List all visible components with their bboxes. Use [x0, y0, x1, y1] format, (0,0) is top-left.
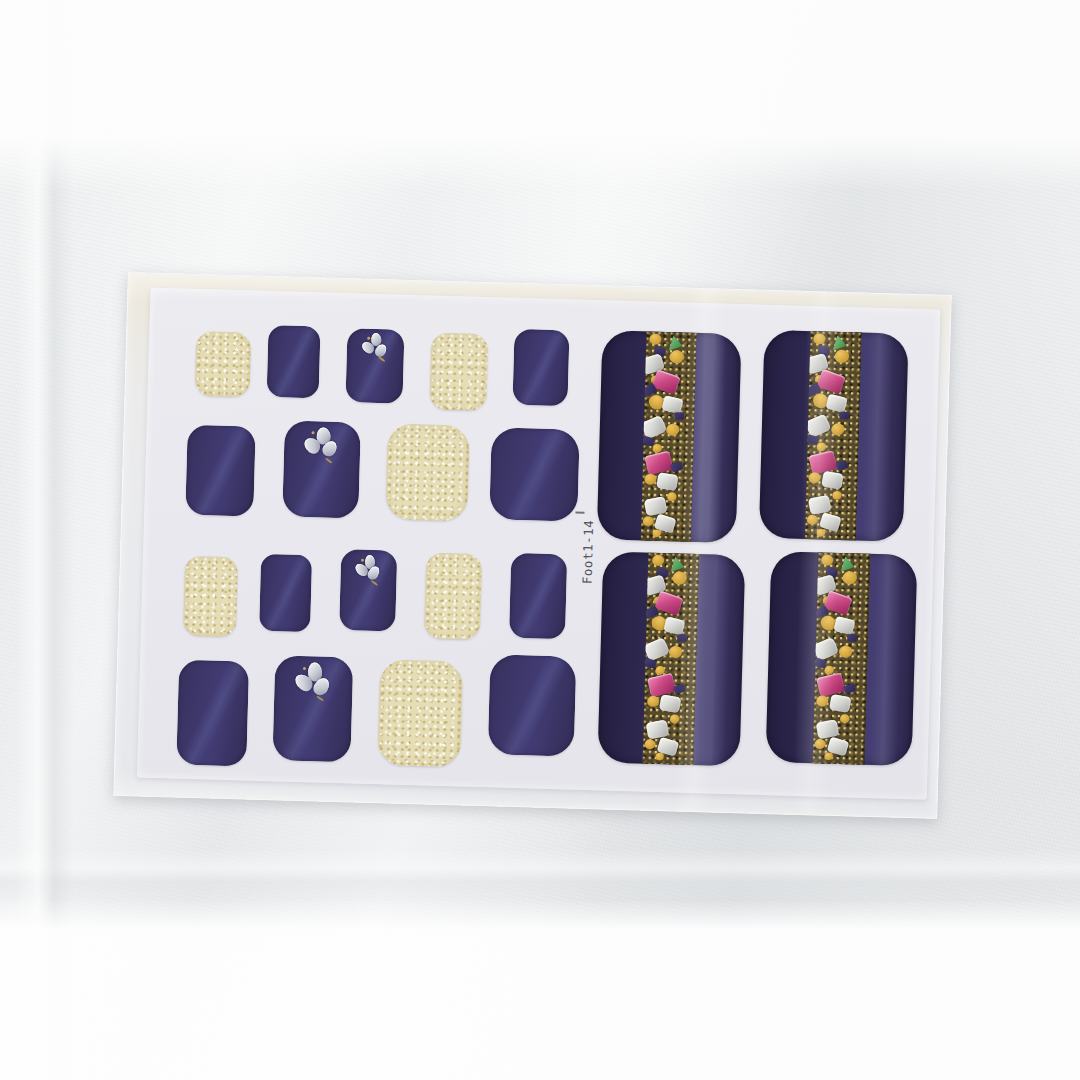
green-gem	[667, 556, 685, 572]
gold-gem	[655, 753, 664, 761]
gem-stripe	[812, 552, 870, 764]
silver-gem	[646, 719, 670, 739]
gold-speck	[302, 667, 305, 670]
gold-gem	[672, 571, 687, 585]
pink-gem	[816, 369, 845, 394]
gold-gem	[647, 696, 659, 707]
gold-speck	[367, 337, 370, 340]
big-toe-sticker-3	[597, 551, 745, 766]
small-sticker-r3c1-gold-glitter	[183, 556, 238, 637]
gold-gem	[820, 554, 834, 567]
silver-gem	[656, 472, 678, 491]
silver-gem	[815, 719, 839, 739]
gold-gem	[816, 696, 828, 707]
silver-gem	[663, 617, 685, 636]
pink-gem	[645, 451, 674, 476]
silver-gem-cluster	[304, 427, 340, 461]
gold-gem	[832, 491, 842, 500]
gold-gem	[645, 474, 657, 485]
silver-gem	[812, 636, 839, 661]
photo-stage: Foot1-14	[0, 0, 1080, 1080]
pink-gem	[824, 590, 853, 615]
silver-gem-cluster	[362, 333, 389, 359]
silver-gem	[656, 737, 678, 757]
gold-gem	[834, 349, 849, 363]
gold-speck	[325, 457, 333, 463]
silver-gem	[812, 575, 837, 597]
gold-gem	[646, 392, 667, 413]
silver-gem	[643, 575, 667, 597]
navy-gem	[674, 413, 684, 420]
navy-gem	[814, 657, 827, 668]
silver-gem	[659, 695, 681, 714]
gold-gem	[817, 529, 826, 537]
small-sticker-r4c3-gold-glitter	[377, 659, 463, 767]
silver-gem	[641, 415, 667, 440]
gem-stripe	[641, 332, 696, 542]
gold-gem	[810, 391, 831, 412]
navy-gem	[654, 345, 667, 357]
gold-gem	[840, 715, 850, 724]
silver-gem-cluster	[295, 662, 332, 699]
plastic-sleeve: Foot1-14	[113, 272, 951, 819]
green-gem	[829, 334, 847, 350]
gold-gem	[653, 530, 662, 538]
small-sticker-r1c2-navy	[267, 325, 321, 398]
gold-gem	[669, 715, 679, 724]
gold-gem	[651, 375, 660, 383]
pink-gem	[647, 673, 676, 698]
gold-gem	[823, 596, 832, 604]
gem-stripe	[805, 331, 862, 540]
big-toe-sticker-4	[766, 551, 918, 766]
gold-gem	[815, 374, 824, 382]
gold-speck	[311, 431, 314, 434]
gold-speck	[371, 580, 379, 586]
silver-gem	[643, 637, 670, 662]
gold-gem	[824, 666, 834, 675]
small-sticker-r1c5-navy	[512, 329, 569, 407]
green-gem	[665, 335, 683, 351]
gold-gem	[653, 597, 662, 605]
product-code-label: Foot1-14	[579, 497, 598, 607]
silver-gem	[644, 497, 668, 517]
small-sticker-r2c2-navy-gem-cluster	[282, 420, 361, 518]
green-gem	[837, 556, 855, 572]
gold-gem	[670, 350, 685, 364]
small-sticker-r3c3-navy-gem-cluster	[339, 549, 397, 632]
silver-gem	[661, 395, 683, 414]
pink-gem	[654, 591, 683, 616]
silver-gem	[805, 353, 829, 375]
small-sticker-r2c3-gold-glitter	[385, 423, 470, 521]
gold-gem	[648, 613, 669, 634]
pink-gem	[652, 369, 681, 394]
navy-gem	[843, 683, 856, 694]
navy-gem	[839, 412, 849, 419]
small-sticker-r3c4-gold-glitter	[424, 552, 482, 640]
small-sticker-r1c1-gold-glitter	[195, 331, 252, 398]
navy-gem	[656, 566, 669, 578]
navy-gem	[847, 634, 857, 641]
silver-gem	[829, 695, 851, 714]
navy-gem	[643, 435, 656, 446]
navy-gem	[814, 605, 829, 619]
gold-gem	[807, 515, 818, 525]
silver-gem	[805, 414, 832, 439]
gold-gem	[817, 443, 827, 452]
small-sticker-r4c1-navy	[176, 660, 249, 767]
big-toe-sticker-1	[597, 330, 742, 543]
gold-gem	[651, 554, 665, 567]
small-sticker-r3c5-navy	[509, 553, 567, 640]
silver-gem	[819, 512, 841, 532]
small-sticker-r3c2-navy	[259, 554, 312, 632]
small-sticker-r4c4-navy	[488, 654, 577, 756]
small-sticker-r1c3-navy-gem-cluster	[345, 328, 404, 404]
gold-gem	[842, 571, 857, 585]
navy-gem	[818, 344, 831, 356]
gold-gem	[809, 473, 821, 484]
gold-gem	[666, 423, 680, 435]
gold-gem	[813, 332, 827, 345]
gold-gem	[643, 516, 654, 526]
silver-gem	[826, 394, 848, 413]
gold-gem	[667, 492, 677, 501]
navy-gem	[807, 383, 822, 397]
gold-gem	[825, 753, 834, 761]
pink-gem	[809, 450, 838, 475]
navy-gem	[673, 683, 686, 694]
silver-gem	[834, 617, 856, 636]
gem-stripe	[643, 553, 699, 765]
gold-gem	[655, 666, 665, 675]
navy-gem	[677, 635, 687, 642]
gold-speck	[316, 696, 324, 702]
navy-gem	[644, 657, 657, 668]
silver-gem	[654, 514, 676, 534]
gold-gem	[669, 646, 683, 658]
gold-gem	[839, 645, 853, 657]
navy-gem	[643, 384, 658, 398]
gold-speck	[361, 558, 364, 561]
navy-gem	[806, 434, 819, 445]
silver-gem	[641, 353, 665, 375]
navy-gem	[835, 460, 848, 471]
big-toe-sticker-2	[759, 330, 909, 542]
gold-gem	[649, 333, 663, 346]
silver-gem	[821, 471, 843, 490]
navy-gem	[670, 461, 683, 472]
gold-gem	[815, 739, 826, 749]
silver-gem	[808, 495, 832, 515]
small-sticker-r2c1-navy	[185, 425, 255, 517]
small-sticker-r1c4-gold-glitter	[429, 332, 488, 411]
gold-gem	[818, 613, 839, 634]
gold-gem	[645, 739, 656, 749]
navy-gem	[825, 566, 838, 578]
silver-gem	[826, 736, 848, 756]
silver-gem-cluster	[356, 554, 383, 582]
small-sticker-r4c2-navy-gem-cluster	[272, 655, 353, 762]
gold-speck	[377, 356, 385, 362]
gold-gem	[653, 444, 663, 453]
navy-gem	[645, 605, 660, 619]
pink-gem	[817, 673, 846, 698]
gold-gem	[831, 423, 845, 435]
small-sticker-r2c4-navy	[489, 427, 580, 521]
